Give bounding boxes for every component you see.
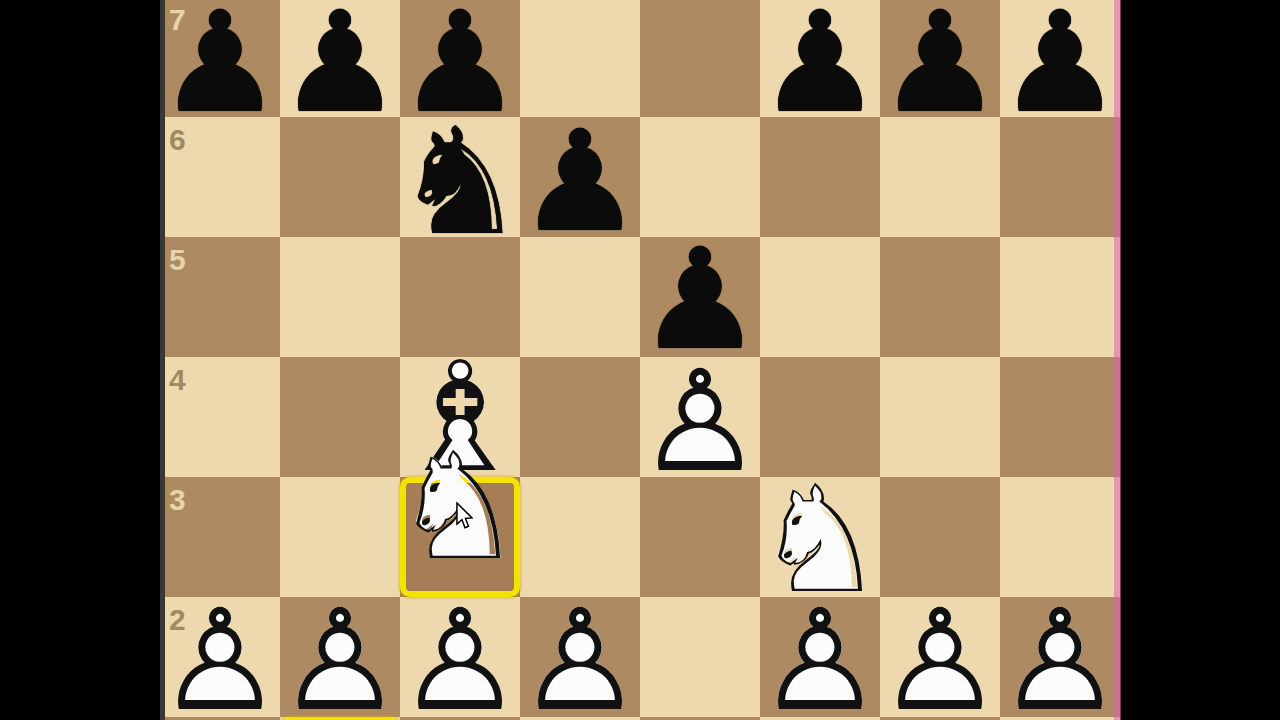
square-d6[interactable]: ♟ <box>520 117 640 237</box>
square-e7[interactable] <box>640 0 760 117</box>
board-left-edge-strip <box>160 0 165 720</box>
piece-wP-f2[interactable]: ♟♙ <box>760 601 880 720</box>
square-d4[interactable] <box>520 357 640 477</box>
P-glyph-outline: ♙ <box>160 601 280 720</box>
square-b5[interactable] <box>280 237 400 357</box>
square-e4[interactable]: ♟♙ <box>640 357 760 477</box>
square-g5[interactable] <box>880 237 1000 357</box>
piece-bN-c6[interactable]: ♞ <box>400 122 520 242</box>
square-g7[interactable]: ♟ <box>880 0 1000 117</box>
P-glyph-outline: ♙ <box>880 601 1000 720</box>
P-glyph-outline: ♙ <box>1000 601 1120 720</box>
piece-wP-d2[interactable]: ♟♙ <box>520 601 640 720</box>
piece-bP-h7[interactable]: ♟ <box>1000 3 1120 123</box>
piece-wP-h2[interactable]: ♟♙ <box>1000 601 1120 720</box>
chess-board: 7♟♟♟♟♟♟6♞♟5♟4♝♗♟♙3♞♘♞♘2♟♙♟♙♟♙♟♙♟♙♟♙♟♙ <box>160 0 1120 720</box>
P-glyph-outline: ♙ <box>280 601 400 720</box>
board-viewport: 7♟♟♟♟♟♟6♞♟5♟4♝♗♟♙3♞♘♞♘2♟♙♟♙♟♙♟♙♟♙♟♙♟♙ <box>160 0 1122 720</box>
square-h5[interactable] <box>1000 237 1120 357</box>
square-a5[interactable]: 5 <box>160 237 280 357</box>
square-h4[interactable] <box>1000 357 1120 477</box>
square-f5[interactable] <box>760 237 880 357</box>
P-glyph: ♟ <box>1000 3 1120 123</box>
P-glyph: ♟ <box>280 3 400 123</box>
P-glyph-outline: ♙ <box>760 601 880 720</box>
piece-bP-d6[interactable]: ♟ <box>520 122 640 242</box>
P-glyph: ♟ <box>880 3 1000 123</box>
piece-bP-f7[interactable]: ♟ <box>760 3 880 123</box>
piece-bP-g7[interactable]: ♟ <box>880 3 1000 123</box>
square-e5[interactable]: ♟ <box>640 237 760 357</box>
square-a7[interactable]: 7♟ <box>160 0 280 117</box>
P-glyph-outline: ♙ <box>520 601 640 720</box>
piece-wP-b2[interactable]: ♟♙ <box>280 601 400 720</box>
piece-bP-a7[interactable]: ♟ <box>160 3 280 123</box>
square-c6[interactable]: ♞ <box>400 117 520 237</box>
P-glyph: ♟ <box>760 3 880 123</box>
square-g4[interactable] <box>880 357 1000 477</box>
piece-wP-g2[interactable]: ♟♙ <box>880 601 1000 720</box>
rank-label-5: 5 <box>169 245 186 275</box>
square-a4[interactable]: 4 <box>160 357 280 477</box>
piece-wP-c2[interactable]: ♟♙ <box>400 601 520 720</box>
square-f2[interactable]: ♟♙ <box>760 597 880 717</box>
left-letterbox-bar <box>0 0 160 720</box>
square-d2[interactable]: ♟♙ <box>520 597 640 717</box>
square-b7[interactable]: ♟ <box>280 0 400 117</box>
square-c2[interactable]: ♟♙ <box>400 597 520 717</box>
pink-edge-line <box>1114 0 1121 720</box>
P-glyph-outline: ♙ <box>640 362 760 482</box>
P-glyph: ♟ <box>160 3 280 123</box>
P-glyph: ♟ <box>520 122 640 242</box>
piece-bP-b7[interactable]: ♟ <box>280 3 400 123</box>
rank-label-4: 4 <box>169 365 186 395</box>
rank-label-3: 3 <box>169 485 186 515</box>
square-f7[interactable]: ♟ <box>760 0 880 117</box>
square-b2[interactable]: ♟♙ <box>280 597 400 717</box>
video-frame: 7♟♟♟♟♟♟6♞♟5♟4♝♗♟♙3♞♘♞♘2♟♙♟♙♟♙♟♙♟♙♟♙♟♙ <box>0 0 1280 720</box>
square-a2[interactable]: 2♟♙ <box>160 597 280 717</box>
square-h2[interactable]: ♟♙ <box>1000 597 1120 717</box>
mouse-cursor-icon <box>456 502 473 532</box>
N-glyph: ♞ <box>400 122 520 242</box>
square-e2[interactable] <box>640 597 760 717</box>
piece-wP-a2[interactable]: ♟♙ <box>160 601 280 720</box>
piece-wP-e4[interactable]: ♟♙ <box>640 362 760 482</box>
square-b4[interactable] <box>280 357 400 477</box>
square-g2[interactable]: ♟♙ <box>880 597 1000 717</box>
right-letterbox-bar <box>1122 0 1280 720</box>
P-glyph-outline: ♙ <box>400 601 520 720</box>
square-h7[interactable]: ♟ <box>1000 0 1120 117</box>
